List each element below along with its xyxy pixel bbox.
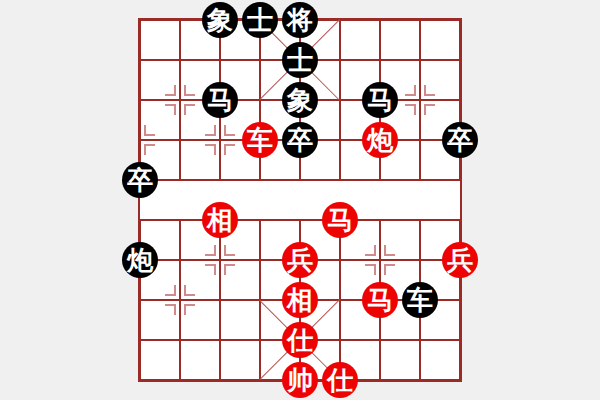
point-marker-corner <box>384 245 395 256</box>
piece-black-horse[interactable]: 马 <box>362 82 398 118</box>
piece-red-elephant[interactable]: 相 <box>282 282 318 318</box>
point-marker-corner <box>405 85 416 96</box>
point-marker-corner <box>205 245 216 256</box>
piece-black-advisor[interactable]: 士 <box>242 2 278 38</box>
point-marker-corner <box>365 264 376 275</box>
point-marker-corner <box>224 245 235 256</box>
point-marker-corner <box>184 104 195 115</box>
piece-black-soldier[interactable]: 卒 <box>282 122 318 158</box>
piece-red-soldier[interactable]: 兵 <box>442 242 478 278</box>
point-marker-corner <box>405 104 416 115</box>
point-marker-corner <box>384 264 395 275</box>
board-cell <box>380 20 420 60</box>
piece-red-advisor[interactable]: 仕 <box>322 362 358 398</box>
point-marker-corner <box>424 85 435 96</box>
piece-black-elephant[interactable]: 象 <box>202 2 238 38</box>
board-cell <box>340 20 380 60</box>
piece-red-advisor[interactable]: 仕 <box>282 322 318 358</box>
point-marker-corner <box>144 125 155 136</box>
board-cell <box>380 340 420 380</box>
point-marker-corner <box>165 304 176 315</box>
board-cell <box>420 20 460 60</box>
board-cell <box>420 180 460 220</box>
point-marker-corner <box>224 264 235 275</box>
board-cell <box>140 340 180 380</box>
board-cell <box>220 340 260 380</box>
piece-red-general[interactable]: 帅 <box>282 362 318 398</box>
piece-black-soldier[interactable]: 卒 <box>442 122 478 158</box>
piece-black-soldier[interactable]: 卒 <box>122 162 158 198</box>
piece-red-soldier[interactable]: 兵 <box>282 242 318 278</box>
point-marker-corner <box>165 85 176 96</box>
piece-red-elephant[interactable]: 相 <box>202 202 238 238</box>
point-marker-corner <box>165 285 176 296</box>
piece-red-chariot[interactable]: 车 <box>242 122 278 158</box>
piece-black-horse[interactable]: 马 <box>202 82 238 118</box>
app-background: 象士将士马象马车卒炮卒卒相马炮兵兵相马车仕帅仕 <box>0 0 600 400</box>
piece-black-general[interactable]: 将 <box>282 2 318 38</box>
point-marker-corner <box>184 85 195 96</box>
point-marker-corner <box>205 144 216 155</box>
xiangqi-board[interactable]: 象士将士马象马车卒炮卒卒相马炮兵兵相马车仕帅仕 <box>140 20 460 380</box>
board-cell <box>420 340 460 380</box>
board-cell <box>140 20 180 60</box>
piece-black-chariot[interactable]: 车 <box>402 282 438 318</box>
point-marker-corner <box>365 245 376 256</box>
point-marker-corner <box>165 104 176 115</box>
piece-black-advisor[interactable]: 士 <box>282 42 318 78</box>
point-marker-corner <box>224 144 235 155</box>
board-cell <box>380 180 420 220</box>
board-cell <box>260 180 300 220</box>
point-marker-corner <box>205 264 216 275</box>
board-cell <box>220 300 260 340</box>
point-marker-corner <box>424 104 435 115</box>
point-marker-corner <box>184 285 195 296</box>
piece-red-horse[interactable]: 马 <box>362 282 398 318</box>
point-marker-corner <box>224 125 235 136</box>
point-marker-corner <box>205 125 216 136</box>
piece-black-cannon[interactable]: 炮 <box>122 242 158 278</box>
point-marker-corner <box>184 304 195 315</box>
piece-black-elephant[interactable]: 象 <box>282 82 318 118</box>
point-marker-corner <box>144 144 155 155</box>
board-cell <box>180 340 220 380</box>
piece-red-horse[interactable]: 马 <box>322 202 358 238</box>
piece-red-cannon[interactable]: 炮 <box>362 122 398 158</box>
